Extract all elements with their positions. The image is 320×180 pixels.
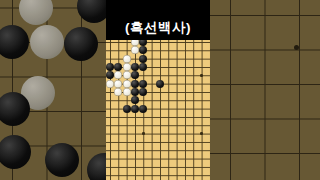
white-stone: [123, 55, 131, 63]
star-point: [294, 45, 299, 50]
black-stone: [139, 46, 147, 54]
black-stone: [131, 96, 139, 104]
white-stone: [106, 80, 114, 88]
white-stone: [123, 80, 131, 88]
black-stone: [0, 25, 29, 59]
black-stone: [123, 105, 131, 113]
white-stone: [30, 25, 64, 59]
black-stone: [106, 71, 114, 79]
black-stone: [139, 88, 147, 96]
black-stone: [87, 153, 106, 180]
black-stone: [106, 63, 114, 71]
black-stone: [131, 71, 139, 79]
black-stone: [131, 88, 139, 96]
white-stone: [114, 88, 122, 96]
white-stone: [123, 71, 131, 79]
star-point: [142, 132, 144, 134]
black-stone: [139, 105, 147, 113]
black-stone: [131, 80, 139, 88]
black-stone: [131, 63, 139, 71]
black-stone: [0, 135, 31, 169]
white-stone: [123, 88, 131, 96]
black-stone: [139, 80, 147, 88]
black-stone: [114, 63, 122, 71]
white-stone: [19, 0, 53, 25]
white-stone: [114, 71, 122, 79]
black-stone: [156, 80, 164, 88]
white-stone: [114, 80, 122, 88]
black-stone: [131, 105, 139, 113]
video-frame: (흑선백사): [0, 0, 320, 180]
black-stone: [45, 143, 79, 177]
video-center-strip: (흑선백사): [106, 0, 210, 180]
problem-title: (흑선백사): [86, 19, 230, 37]
black-stone: [139, 40, 147, 46]
star-point: [200, 74, 202, 76]
black-stone: [0, 92, 30, 126]
title-bar: (흑선백사): [106, 0, 210, 40]
black-stone: [139, 63, 147, 71]
white-stone: [123, 63, 131, 71]
black-stone: [139, 55, 147, 63]
star-point: [200, 132, 202, 134]
white-stone: [131, 40, 139, 46]
white-stone: [131, 46, 139, 54]
go-board: [106, 40, 210, 180]
